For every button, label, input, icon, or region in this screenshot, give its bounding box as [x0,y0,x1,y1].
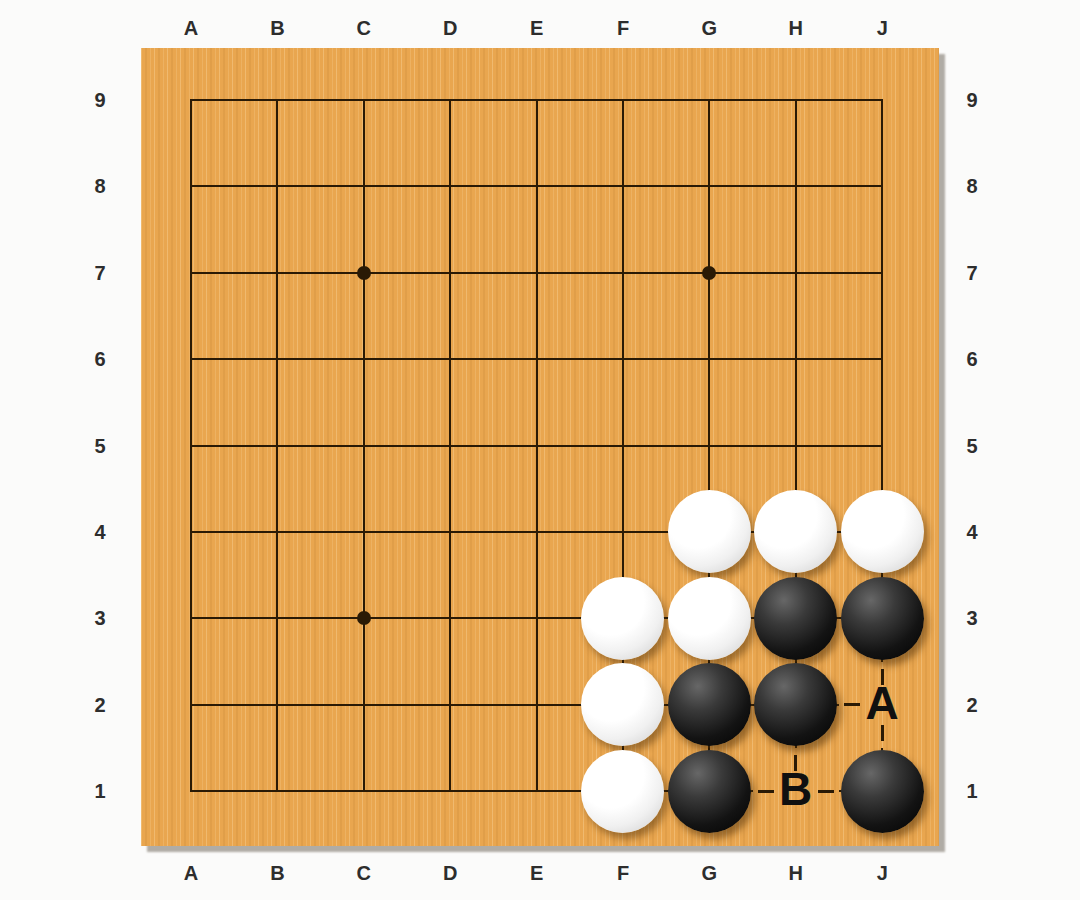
dash-mark [818,790,834,793]
grid-line-vertical [708,316,710,402]
grid-line-horizontal [190,358,234,360]
point-F8[interactable] [580,143,666,229]
grid-line-horizontal [839,445,883,447]
point-G2[interactable] [666,662,752,748]
grid-line-vertical [190,402,192,488]
point-J5[interactable] [839,402,925,488]
point-J6[interactable] [839,316,925,402]
point-B9[interactable] [234,57,320,143]
point-D1[interactable] [407,748,493,834]
point-B1[interactable] [234,748,320,834]
grid-line-vertical [795,230,797,316]
column-label-bottom-C: C [357,862,371,885]
row-label-left-3: 3 [94,607,105,630]
grid-line-vertical [536,402,538,488]
go-board: AB [141,48,939,846]
column-label-bottom-B: B [270,862,284,885]
row-label-right-5: 5 [966,434,977,457]
point-F6[interactable] [580,316,666,402]
grid-line-vertical [276,489,278,575]
grid-line-vertical [795,99,797,143]
point-H1[interactable]: B [753,748,839,834]
grid-line-horizontal [190,99,234,101]
point-J9[interactable] [839,57,925,143]
grid-line-vertical [449,489,451,575]
grid-line-vertical [795,316,797,402]
column-label-bottom-G: G [702,862,718,885]
black-stone[interactable] [841,577,924,660]
point-A6[interactable] [148,316,234,402]
row-label-left-8: 8 [94,175,105,198]
grid-line-vertical [276,575,278,661]
point-C2[interactable] [321,662,407,748]
grid-line-horizontal [190,445,234,447]
grid-line-vertical [276,748,278,792]
point-C3[interactable] [321,575,407,661]
grid-line-vertical [190,662,192,748]
point-C9[interactable] [321,57,407,143]
black-stone[interactable] [668,663,751,746]
row-label-left-5: 5 [94,434,105,457]
grid-line-vertical [622,316,624,402]
grid-line-vertical [190,489,192,575]
point-F9[interactable] [580,57,666,143]
grid-line-horizontal [190,531,234,533]
grid-line-vertical [622,143,624,229]
column-label-top-F: F [617,17,629,40]
point-H9[interactable] [753,57,839,143]
point-J2[interactable]: A [839,662,925,748]
point-G8[interactable] [666,143,752,229]
dash-mark [758,790,774,793]
point-A3[interactable] [148,575,234,661]
grid-line-vertical [622,402,624,488]
row-label-right-1: 1 [966,780,977,803]
grid-line-vertical [363,143,365,229]
grid-line-vertical [881,99,883,143]
point-D8[interactable] [407,143,493,229]
point-J8[interactable] [839,143,925,229]
white-stone[interactable] [581,750,664,833]
grid-line-vertical [276,99,278,143]
dash-mark [844,703,860,706]
grid-line-vertical [449,662,451,748]
black-stone[interactable] [754,577,837,660]
point-D7[interactable] [407,230,493,316]
point-E4[interactable] [493,489,579,575]
point-H5[interactable] [753,402,839,488]
column-label-top-J: J [877,17,888,40]
column-label-bottom-A: A [184,862,198,885]
grid-line-horizontal [839,272,883,274]
point-G1[interactable] [666,748,752,834]
grid-line-horizontal [839,99,883,101]
point-B6[interactable] [234,316,320,402]
point-H3[interactable] [753,575,839,661]
point-F3[interactable] [580,575,666,661]
grid-line-vertical [536,143,538,229]
white-stone[interactable] [668,490,751,573]
point-B3[interactable] [234,575,320,661]
point-A5[interactable] [148,402,234,488]
grid-line-vertical [536,662,538,748]
point-E3[interactable] [493,575,579,661]
marker-letter-B: B [779,766,812,812]
grid-line-vertical [536,230,538,316]
point-H6[interactable] [753,316,839,402]
white-stone[interactable] [754,490,837,573]
grid-line-vertical [276,316,278,402]
grid-line-vertical [708,99,710,143]
point-J4[interactable] [839,489,925,575]
point-C1[interactable] [321,748,407,834]
point-A7[interactable] [148,230,234,316]
grid-line-vertical [276,662,278,748]
grid-line-horizontal [190,185,234,187]
column-label-top-C: C [357,17,371,40]
point-G9[interactable] [666,57,752,143]
row-label-left-1: 1 [94,780,105,803]
row-label-right-4: 4 [966,521,977,544]
grid-line-vertical [363,99,365,143]
grid-line-vertical [449,99,451,143]
grid-line-horizontal [190,704,234,706]
grid-line-vertical [363,748,365,792]
row-label-left-4: 4 [94,521,105,544]
grid-line-vertical [536,99,538,143]
point-D5[interactable] [407,402,493,488]
grid-line-vertical [708,402,710,488]
column-label-bottom-H: H [789,862,803,885]
grid-line-horizontal [190,272,234,274]
grid-line-horizontal [839,185,883,187]
point-E9[interactable] [493,57,579,143]
point-D3[interactable] [407,575,493,661]
row-label-left-2: 2 [94,693,105,716]
column-label-top-A: A [184,17,198,40]
grid-line-vertical [536,316,538,402]
point-F4[interactable] [580,489,666,575]
point-A8[interactable] [148,143,234,229]
grid-line-vertical [276,402,278,488]
point-C7[interactable] [321,230,407,316]
row-label-right-9: 9 [966,89,977,112]
grid-line-vertical [536,748,538,792]
point-E1[interactable] [493,748,579,834]
grid-line-vertical [622,489,624,575]
point-C5[interactable] [321,402,407,488]
grid-line-vertical [363,316,365,402]
point-E5[interactable] [493,402,579,488]
point-A1[interactable] [148,748,234,834]
marker-letter-A: A [865,680,898,726]
point-F2[interactable] [580,662,666,748]
grid-line-vertical [622,230,624,316]
white-stone[interactable] [581,663,664,746]
grid-line-vertical [449,316,451,402]
point-D2[interactable] [407,662,493,748]
point-B5[interactable] [234,402,320,488]
point-G3[interactable] [666,575,752,661]
point-J7[interactable] [839,230,925,316]
point-C8[interactable] [321,143,407,229]
grid-line-vertical [708,143,710,229]
star-point [357,611,371,625]
grid-line-horizontal [190,617,234,619]
point-H2[interactable] [753,662,839,748]
point-H7[interactable] [753,230,839,316]
grid-line-vertical [449,748,451,792]
grid-line-vertical [881,230,883,316]
row-label-right-7: 7 [966,261,977,284]
black-stone[interactable] [754,663,837,746]
grid-line-vertical [881,316,883,402]
column-label-top-E: E [530,17,543,40]
grid-line-vertical [536,489,538,575]
row-label-right-2: 2 [966,693,977,716]
point-H4[interactable] [753,489,839,575]
point-D9[interactable] [407,57,493,143]
point-J3[interactable] [839,575,925,661]
point-E6[interactable] [493,316,579,402]
point-E2[interactable] [493,662,579,748]
grid-line-vertical [449,575,451,661]
point-D6[interactable] [407,316,493,402]
grid-line-vertical [449,402,451,488]
grid-line-vertical [449,143,451,229]
point-E7[interactable] [493,230,579,316]
point-G4[interactable] [666,489,752,575]
grid-line-vertical [881,143,883,229]
grid-line-vertical [276,143,278,229]
grid-line-vertical [190,316,192,402]
point-A9[interactable] [148,57,234,143]
row-label-right-8: 8 [966,175,977,198]
row-label-right-3: 3 [966,607,977,630]
grid-line-vertical [795,143,797,229]
point-B2[interactable] [234,662,320,748]
point-B7[interactable] [234,230,320,316]
point-J1[interactable] [839,748,925,834]
grid-line-vertical [276,230,278,316]
point-F1[interactable] [580,748,666,834]
row-label-left-7: 7 [94,261,105,284]
grid-line-vertical [363,662,365,748]
white-stone[interactable] [581,577,664,660]
row-label-left-6: 6 [94,348,105,371]
grid-line-vertical [190,230,192,316]
row-label-right-6: 6 [966,348,977,371]
column-label-bottom-D: D [443,862,457,885]
grid-line-vertical [622,99,624,143]
point-D4[interactable] [407,489,493,575]
point-A4[interactable] [148,489,234,575]
grid-line-vertical [536,575,538,661]
point-G7[interactable] [666,230,752,316]
point-G6[interactable] [666,316,752,402]
point-E8[interactable] [493,143,579,229]
point-C6[interactable] [321,316,407,402]
point-A2[interactable] [148,662,234,748]
column-label-bottom-E: E [530,862,543,885]
row-label-left-9: 9 [94,89,105,112]
grid-line-horizontal [190,790,234,792]
grid-line-vertical [190,575,192,661]
board-grid: AB [148,57,926,835]
column-label-bottom-J: J [877,862,888,885]
point-F5[interactable] [580,402,666,488]
point-G5[interactable] [666,402,752,488]
white-stone[interactable] [841,490,924,573]
point-H8[interactable] [753,143,839,229]
black-stone[interactable] [668,750,751,833]
white-stone[interactable] [668,577,751,660]
grid-line-vertical [881,402,883,488]
point-F7[interactable] [580,230,666,316]
grid-line-vertical [363,489,365,575]
column-label-top-G: G [702,17,718,40]
column-label-top-D: D [443,17,457,40]
grid-line-vertical [190,748,192,792]
column-label-top-B: B [270,17,284,40]
grid-line-vertical [190,99,192,143]
column-label-bottom-F: F [617,862,629,885]
grid-line-horizontal [839,358,883,360]
star-point [357,266,371,280]
black-stone[interactable] [841,750,924,833]
go-board-stage: AB ABCDEFGHJ ABCDEFGHJ 987654321 9876543… [0,0,1080,900]
grid-line-vertical [190,143,192,229]
column-label-top-H: H [789,17,803,40]
grid-line-vertical [449,230,451,316]
point-C4[interactable] [321,489,407,575]
point-B4[interactable] [234,489,320,575]
star-point [702,266,716,280]
grid-line-vertical [363,402,365,488]
point-B8[interactable] [234,143,320,229]
grid-line-vertical [795,402,797,488]
